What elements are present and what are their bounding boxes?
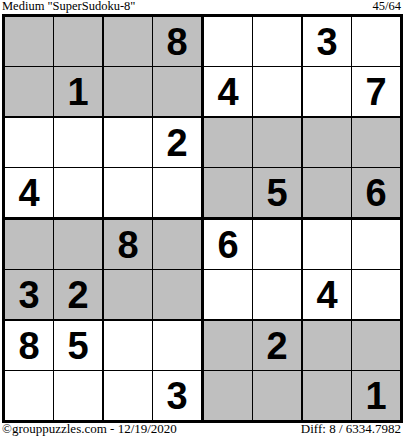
- cell-r7c2[interactable]: 5: [54, 321, 104, 371]
- cell-r4c6[interactable]: 5: [253, 168, 303, 220]
- cell-r7c6[interactable]: 2: [253, 321, 303, 371]
- cell-r7c8[interactable]: [352, 321, 400, 371]
- cell-r7c1[interactable]: 8: [5, 321, 54, 371]
- cell-r6c2[interactable]: 2: [54, 270, 104, 321]
- copyright-date: ©grouppuzzles.com - 12/19/2020: [2, 422, 177, 436]
- cell-r1c5[interactable]: [204, 17, 253, 67]
- cell-r3c5[interactable]: [204, 118, 253, 168]
- cell-r8c6[interactable]: [253, 371, 303, 420]
- cell-r3c4[interactable]: 2: [153, 118, 204, 168]
- cell-r6c7[interactable]: 4: [303, 270, 352, 321]
- cell-r2c2[interactable]: 1: [54, 67, 104, 118]
- cell-r7c7[interactable]: [303, 321, 352, 371]
- cell-r3c2[interactable]: [54, 118, 104, 168]
- cell-r1c1[interactable]: [5, 17, 54, 67]
- cell-r4c8[interactable]: 6: [352, 168, 400, 220]
- cell-r8c2[interactable]: [54, 371, 104, 420]
- cell-r2c7[interactable]: [303, 67, 352, 118]
- cell-r2c5[interactable]: 4: [204, 67, 253, 118]
- cell-r7c4[interactable]: [153, 321, 204, 371]
- cell-r3c8[interactable]: [352, 118, 400, 168]
- cell-r1c7[interactable]: 3: [303, 17, 352, 67]
- cell-r3c3[interactable]: [104, 118, 153, 168]
- cell-r8c4[interactable]: 3: [153, 371, 204, 420]
- cell-r3c7[interactable]: [303, 118, 352, 168]
- cell-r3c6[interactable]: [253, 118, 303, 168]
- cell-r5c1[interactable]: [5, 220, 54, 270]
- cell-r2c3[interactable]: [104, 67, 153, 118]
- cell-r6c8[interactable]: [352, 270, 400, 321]
- cell-r4c5[interactable]: [204, 168, 253, 220]
- cell-r1c3[interactable]: [104, 17, 153, 67]
- cell-r6c6[interactable]: [253, 270, 303, 321]
- cell-r5c7[interactable]: [303, 220, 352, 270]
- cell-r1c2[interactable]: [54, 17, 104, 67]
- cell-r3c1[interactable]: [5, 118, 54, 168]
- cell-r6c5[interactable]: [204, 270, 253, 321]
- board: 8314724568632485231: [2, 14, 403, 423]
- cell-r2c6[interactable]: [253, 67, 303, 118]
- difficulty-rating: Diff: 8 / 6334.7982: [301, 422, 401, 436]
- cell-r6c3[interactable]: [104, 270, 153, 321]
- cell-r8c1[interactable]: [5, 371, 54, 420]
- cell-r8c8[interactable]: 1: [352, 371, 400, 420]
- cell-r4c3[interactable]: [104, 168, 153, 220]
- cell-r4c2[interactable]: [54, 168, 104, 220]
- cell-r6c1[interactable]: 3: [5, 270, 54, 321]
- progress-counter: 45/64: [373, 0, 401, 13]
- cell-r4c7[interactable]: [303, 168, 352, 220]
- cell-r1c6[interactable]: [253, 17, 303, 67]
- cell-r5c6[interactable]: [253, 220, 303, 270]
- cell-r1c4[interactable]: 8: [153, 17, 204, 67]
- cell-r8c3[interactable]: [104, 371, 153, 420]
- cell-r6c4[interactable]: [153, 270, 204, 321]
- cell-r4c1[interactable]: 4: [5, 168, 54, 220]
- cell-r2c1[interactable]: [5, 67, 54, 118]
- cell-r5c3[interactable]: 8: [104, 220, 153, 270]
- header-bar: Medium "SuperSudoku-8" 45/64: [0, 0, 403, 14]
- cell-r5c2[interactable]: [54, 220, 104, 270]
- puzzle-title: Medium "SuperSudoku-8": [2, 0, 135, 13]
- cell-r1c8[interactable]: [352, 17, 400, 67]
- puzzle-page: { "game": "SuperSudoku-8 (8x8 sudoku wit…: [0, 0, 403, 437]
- cell-r4c4[interactable]: [153, 168, 204, 220]
- cell-r7c3[interactable]: [104, 321, 153, 371]
- cell-r8c7[interactable]: [303, 371, 352, 420]
- cell-r8c5[interactable]: [204, 371, 253, 420]
- cell-r2c4[interactable]: [153, 67, 204, 118]
- cell-r5c8[interactable]: [352, 220, 400, 270]
- cell-r5c4[interactable]: [153, 220, 204, 270]
- cell-r5c5[interactable]: 6: [204, 220, 253, 270]
- cell-r7c5[interactable]: [204, 321, 253, 371]
- footer-bar: ©grouppuzzles.com - 12/19/2020 Diff: 8 /…: [0, 422, 403, 436]
- cell-r2c8[interactable]: 7: [352, 67, 400, 118]
